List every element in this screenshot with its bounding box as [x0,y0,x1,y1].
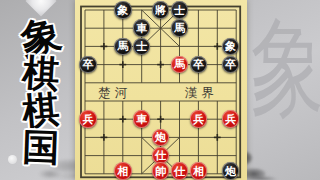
black-general[interactable]: 將 [152,1,170,19]
star-point-marker [119,116,126,123]
star-point-marker [214,43,221,50]
red-elephant[interactable]: 相 [114,162,132,180]
black-horse[interactable]: 馬 [114,38,132,56]
star-point-marker [101,43,108,50]
black-cannon[interactable]: 炮 [222,162,240,180]
star-point-marker [157,116,164,123]
river-label-han-jie: 漢界 [185,85,218,100]
star-point-marker [214,134,221,141]
river-label-chu-he: 楚河 [98,85,131,100]
black-elephant[interactable]: 象 [114,1,132,19]
star-point-marker [157,61,164,68]
star-point-marker [119,61,126,68]
black-horse[interactable]: 馬 [171,19,189,37]
star-point-marker [101,134,108,141]
red-soldier[interactable]: 兵 [190,110,208,128]
black-soldier[interactable]: 卒 [79,56,97,74]
red-elephant[interactable]: 相 [190,162,208,180]
red-soldier[interactable]: 兵 [222,110,240,128]
thumbnail-stage: 象 象 棋 棋 国 楚河 漢界 象將士車馬馬士象卒卒卒炮馬兵車兵兵炮仕相帥仕相 [0,0,320,180]
red-general[interactable]: 帥 [152,162,170,180]
red-advisor[interactable]: 仕 [171,162,189,180]
black-advisor[interactable]: 士 [171,1,189,19]
red-soldier[interactable]: 兵 [79,110,97,128]
